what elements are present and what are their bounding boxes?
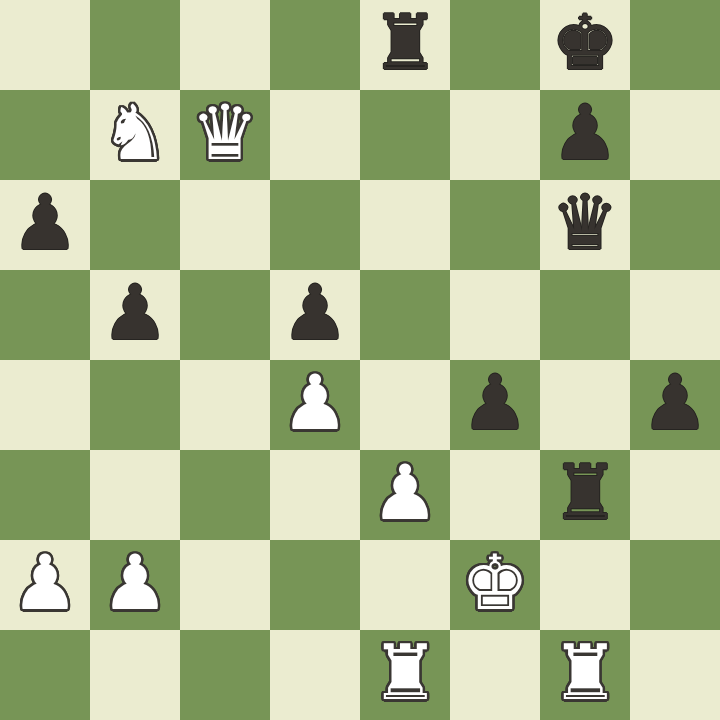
white-pawn[interactable]: ♟ [281,360,349,448]
square-a3[interactable] [0,450,90,540]
square-h4[interactable]: ♟ [630,360,720,450]
black-pawn[interactable]: ♟ [551,90,619,178]
square-b3[interactable] [90,450,180,540]
square-g4[interactable] [540,360,630,450]
square-d4[interactable]: ♟ [270,360,360,450]
square-d6[interactable] [270,180,360,270]
square-b4[interactable] [90,360,180,450]
square-d3[interactable] [270,450,360,540]
square-f8[interactable] [450,0,540,90]
square-a2[interactable]: ♟ [0,540,90,630]
square-h3[interactable] [630,450,720,540]
black-pawn[interactable]: ♟ [641,360,709,448]
black-pawn[interactable]: ♟ [11,180,79,268]
square-a5[interactable] [0,270,90,360]
square-h2[interactable] [630,540,720,630]
square-c4[interactable] [180,360,270,450]
square-f6[interactable] [450,180,540,270]
black-pawn[interactable]: ♟ [101,270,169,358]
square-g6[interactable]: ♛ [540,180,630,270]
square-h6[interactable] [630,180,720,270]
white-rook[interactable]: ♜ [551,630,619,718]
square-g3[interactable]: ♜ [540,450,630,540]
square-d8[interactable] [270,0,360,90]
chess-board: ♜♚♞♛♟♟♛♟♟♟♟♟♟♜♟♟♚♜♜ [0,0,720,720]
square-c6[interactable] [180,180,270,270]
square-c8[interactable] [180,0,270,90]
square-e6[interactable] [360,180,450,270]
square-b8[interactable] [90,0,180,90]
square-e8[interactable]: ♜ [360,0,450,90]
square-a8[interactable] [0,0,90,90]
white-rook[interactable]: ♜ [371,630,439,718]
square-f4[interactable]: ♟ [450,360,540,450]
white-knight[interactable]: ♞ [101,90,169,178]
square-h5[interactable] [630,270,720,360]
white-pawn[interactable]: ♟ [11,540,79,628]
square-d7[interactable] [270,90,360,180]
square-g7[interactable]: ♟ [540,90,630,180]
square-c1[interactable] [180,630,270,720]
black-rook[interactable]: ♜ [551,450,619,538]
white-pawn[interactable]: ♟ [371,450,439,538]
square-g1[interactable]: ♜ [540,630,630,720]
white-queen[interactable]: ♛ [191,90,259,178]
square-c7[interactable]: ♛ [180,90,270,180]
square-e2[interactable] [360,540,450,630]
square-f2[interactable]: ♚ [450,540,540,630]
square-e4[interactable] [360,360,450,450]
square-e7[interactable] [360,90,450,180]
square-a7[interactable] [0,90,90,180]
square-f1[interactable] [450,630,540,720]
square-c2[interactable] [180,540,270,630]
square-h7[interactable] [630,90,720,180]
black-queen[interactable]: ♛ [551,180,619,268]
square-g5[interactable] [540,270,630,360]
square-c3[interactable] [180,450,270,540]
square-h8[interactable] [630,0,720,90]
square-d2[interactable] [270,540,360,630]
black-rook[interactable]: ♜ [371,0,439,88]
square-a1[interactable] [0,630,90,720]
square-e5[interactable] [360,270,450,360]
square-d5[interactable]: ♟ [270,270,360,360]
square-f7[interactable] [450,90,540,180]
square-b6[interactable] [90,180,180,270]
square-b7[interactable]: ♞ [90,90,180,180]
black-pawn[interactable]: ♟ [281,270,349,358]
square-b2[interactable]: ♟ [90,540,180,630]
square-c5[interactable] [180,270,270,360]
square-e1[interactable]: ♜ [360,630,450,720]
square-a4[interactable] [0,360,90,450]
square-b1[interactable] [90,630,180,720]
square-f5[interactable] [450,270,540,360]
square-e3[interactable]: ♟ [360,450,450,540]
white-pawn[interactable]: ♟ [101,540,169,628]
square-h1[interactable] [630,630,720,720]
black-king[interactable]: ♚ [551,0,619,88]
square-a6[interactable]: ♟ [0,180,90,270]
square-f3[interactable] [450,450,540,540]
square-d1[interactable] [270,630,360,720]
square-b5[interactable]: ♟ [90,270,180,360]
white-king[interactable]: ♚ [461,540,529,628]
black-pawn[interactable]: ♟ [461,360,529,448]
square-g2[interactable] [540,540,630,630]
square-g8[interactable]: ♚ [540,0,630,90]
